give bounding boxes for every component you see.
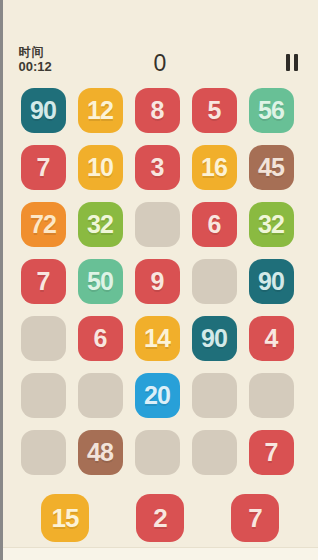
tile[interactable]: 90: [21, 88, 66, 133]
empty-cell: [21, 430, 66, 475]
tile[interactable]: 45: [249, 145, 294, 190]
tile[interactable]: 20: [135, 373, 180, 418]
tile[interactable]: 15: [41, 494, 89, 542]
tile[interactable]: 4: [249, 316, 294, 361]
tile[interactable]: 8: [135, 88, 180, 133]
tile[interactable]: 50: [78, 259, 123, 304]
tile[interactable]: 90: [249, 259, 294, 304]
tile[interactable]: 56: [249, 88, 294, 133]
tile[interactable]: 7: [231, 494, 279, 542]
score-value: 0: [3, 50, 318, 77]
tile[interactable]: 10: [78, 145, 123, 190]
empty-cell: [135, 202, 180, 247]
tile[interactable]: 48: [78, 430, 123, 475]
bottom-strip: [3, 547, 318, 560]
empty-cell: [192, 259, 237, 304]
tile[interactable]: 2: [136, 494, 184, 542]
empty-cell: [192, 373, 237, 418]
tile[interactable]: 7: [21, 145, 66, 190]
tile[interactable]: 9: [135, 259, 180, 304]
pause-button[interactable]: [286, 54, 298, 71]
board-grid: 9012855671031645723263275099061490420487: [21, 88, 294, 475]
tile[interactable]: 72: [21, 202, 66, 247]
tile[interactable]: 14: [135, 316, 180, 361]
tile[interactable]: 7: [21, 259, 66, 304]
tile[interactable]: 6: [192, 202, 237, 247]
tile[interactable]: 12: [78, 88, 123, 133]
pause-icon: [294, 54, 298, 71]
tile[interactable]: 7: [249, 430, 294, 475]
game-screen: 时间 00:12 0 90128556710316457232632750990…: [3, 0, 318, 560]
tile[interactable]: 5: [192, 88, 237, 133]
empty-cell: [78, 373, 123, 418]
pause-icon: [286, 54, 290, 71]
tile[interactable]: 16: [192, 145, 237, 190]
empty-cell: [135, 430, 180, 475]
tile[interactable]: 90: [192, 316, 237, 361]
tile[interactable]: 32: [249, 202, 294, 247]
empty-cell: [192, 430, 237, 475]
tile[interactable]: 32: [78, 202, 123, 247]
empty-cell: [21, 316, 66, 361]
next-tiles-queue: 1527: [3, 494, 318, 542]
empty-cell: [21, 373, 66, 418]
tile[interactable]: 6: [78, 316, 123, 361]
tile[interactable]: 3: [135, 145, 180, 190]
empty-cell: [249, 373, 294, 418]
